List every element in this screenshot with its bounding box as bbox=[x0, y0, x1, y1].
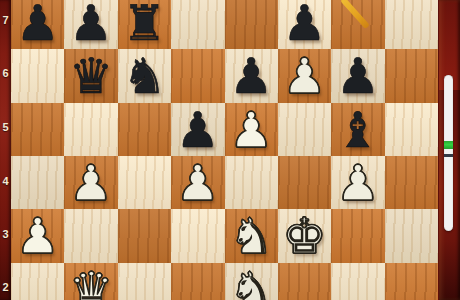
square-h4[interactable] bbox=[385, 156, 438, 209]
square-c4[interactable] bbox=[118, 156, 171, 209]
square-d6[interactable] bbox=[171, 49, 224, 102]
square-h2[interactable] bbox=[385, 263, 438, 300]
square-h6[interactable] bbox=[385, 49, 438, 102]
square-f6[interactable]: ♟ bbox=[278, 49, 331, 102]
black-pawn-e6[interactable]: ♟ bbox=[225, 50, 278, 103]
white-pawn-d4[interactable]: ♟ bbox=[171, 157, 224, 210]
white-king-f3[interactable]: ♚ bbox=[278, 210, 331, 263]
square-g5[interactable]: ♝ bbox=[331, 103, 384, 156]
black-pawn-f7[interactable]: ♟ bbox=[278, 0, 331, 50]
square-g2[interactable] bbox=[331, 263, 384, 300]
black-pawn-d5[interactable]: ♟ bbox=[171, 104, 224, 157]
white-knight-e2[interactable]: ♞ bbox=[225, 264, 278, 300]
black-pawn-g6[interactable]: ♟ bbox=[331, 50, 384, 103]
square-e7[interactable] bbox=[225, 0, 278, 49]
chess-board[interactable]: ♟♟♜♟♛♞♟♟♟♟♟♝♟♟♟♟♞♚♛♞ bbox=[11, 0, 438, 300]
square-g7[interactable] bbox=[331, 0, 384, 49]
rank-labels-sidebar bbox=[0, 0, 11, 300]
rank-label-5: 5 bbox=[0, 121, 11, 133]
square-c3[interactable] bbox=[118, 209, 171, 262]
square-b4[interactable]: ♟ bbox=[64, 156, 117, 209]
rank-label-7: 7 bbox=[0, 14, 11, 26]
square-e5[interactable]: ♟ bbox=[225, 103, 278, 156]
white-pawn-f6[interactable]: ♟ bbox=[278, 50, 331, 103]
square-g6[interactable]: ♟ bbox=[331, 49, 384, 102]
black-knight-c6[interactable]: ♞ bbox=[118, 50, 171, 103]
square-e6[interactable]: ♟ bbox=[225, 49, 278, 102]
white-pawn-e5[interactable]: ♟ bbox=[225, 104, 278, 157]
square-a3[interactable]: ♟ bbox=[11, 209, 64, 262]
square-a4[interactable] bbox=[11, 156, 64, 209]
rank-label-6: 6 bbox=[0, 67, 11, 79]
rank-label-3: 3 bbox=[0, 228, 11, 240]
square-d7[interactable] bbox=[171, 0, 224, 49]
white-knight-e3[interactable]: ♞ bbox=[225, 210, 278, 263]
square-a6[interactable] bbox=[11, 49, 64, 102]
square-c6[interactable]: ♞ bbox=[118, 49, 171, 102]
square-d3[interactable] bbox=[171, 209, 224, 262]
square-f2[interactable] bbox=[278, 263, 331, 300]
square-b2[interactable]: ♛ bbox=[64, 263, 117, 300]
square-g4[interactable]: ♟ bbox=[331, 156, 384, 209]
square-b6[interactable]: ♛ bbox=[64, 49, 117, 102]
white-pawn-g4[interactable]: ♟ bbox=[331, 157, 384, 210]
evaluation-bar bbox=[444, 75, 453, 231]
square-b5[interactable] bbox=[64, 103, 117, 156]
square-a5[interactable] bbox=[11, 103, 64, 156]
black-pawn-b7[interactable]: ♟ bbox=[64, 0, 117, 50]
square-c7[interactable]: ♜ bbox=[118, 0, 171, 49]
square-b3[interactable] bbox=[64, 209, 117, 262]
square-f4[interactable] bbox=[278, 156, 331, 209]
black-queen-b6[interactable]: ♛ bbox=[64, 50, 117, 103]
evaluation-marker bbox=[444, 141, 453, 149]
square-a2[interactable] bbox=[11, 263, 64, 300]
square-d5[interactable]: ♟ bbox=[171, 103, 224, 156]
square-f3[interactable]: ♚ bbox=[278, 209, 331, 262]
square-h7[interactable] bbox=[385, 0, 438, 49]
square-e4[interactable] bbox=[225, 156, 278, 209]
rank-label-4: 4 bbox=[0, 175, 11, 187]
rank-label-2: 2 bbox=[0, 281, 11, 293]
square-d2[interactable] bbox=[171, 263, 224, 300]
black-pawn-a7[interactable]: ♟ bbox=[11, 0, 64, 50]
square-c2[interactable] bbox=[118, 263, 171, 300]
black-bishop-g5[interactable]: ♝ bbox=[331, 104, 384, 157]
square-a7[interactable]: ♟ bbox=[11, 0, 64, 49]
black-rook-c7[interactable]: ♜ bbox=[118, 0, 171, 50]
square-h3[interactable] bbox=[385, 209, 438, 262]
white-pawn-a3[interactable]: ♟ bbox=[11, 210, 64, 263]
evaluation-zero-line bbox=[444, 154, 453, 157]
square-e2[interactable]: ♞ bbox=[225, 263, 278, 300]
chess-app-window: ♟♟♜♟♛♞♟♟♟♟♟♝♟♟♟♟♞♚♛♞ 7 6 5 4 3 2 bbox=[0, 0, 460, 300]
square-d4[interactable]: ♟ bbox=[171, 156, 224, 209]
square-g3[interactable] bbox=[331, 209, 384, 262]
white-queen-b2[interactable]: ♛ bbox=[64, 264, 117, 300]
square-c5[interactable] bbox=[118, 103, 171, 156]
square-h5[interactable] bbox=[385, 103, 438, 156]
square-f7[interactable]: ♟ bbox=[278, 0, 331, 49]
white-pawn-b4[interactable]: ♟ bbox=[64, 157, 117, 210]
square-b7[interactable]: ♟ bbox=[64, 0, 117, 49]
square-e3[interactable]: ♞ bbox=[225, 209, 278, 262]
square-f5[interactable] bbox=[278, 103, 331, 156]
